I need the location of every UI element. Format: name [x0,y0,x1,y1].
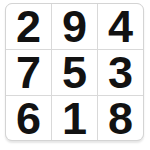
cell-value: 4 [108,4,133,49]
cell-r2c2[interactable]: 5 [52,50,97,95]
cell-value: 9 [62,4,87,49]
magic-square-board: 2 9 4 7 5 3 6 1 8 [5,3,144,141]
cell-r1c3[interactable]: 4 [98,4,143,49]
cell-r2c1[interactable]: 7 [6,50,51,95]
cell-r2c3[interactable]: 3 [98,50,143,95]
cell-r1c1[interactable]: 2 [6,4,51,49]
magic-square-stage: 2 9 4 7 5 3 6 1 8 [0,0,150,150]
cell-r3c1[interactable]: 6 [6,96,51,141]
cell-r1c2[interactable]: 9 [52,4,97,49]
cell-value: 3 [108,50,133,95]
cell-value: 8 [108,96,133,141]
cell-r3c3[interactable]: 8 [98,96,143,141]
cell-value: 7 [16,50,41,95]
cell-value: 6 [16,96,41,141]
cell-value: 2 [16,4,41,49]
cell-r3c2[interactable]: 1 [52,96,97,141]
cell-value: 1 [62,96,87,141]
cell-value: 5 [62,50,87,95]
